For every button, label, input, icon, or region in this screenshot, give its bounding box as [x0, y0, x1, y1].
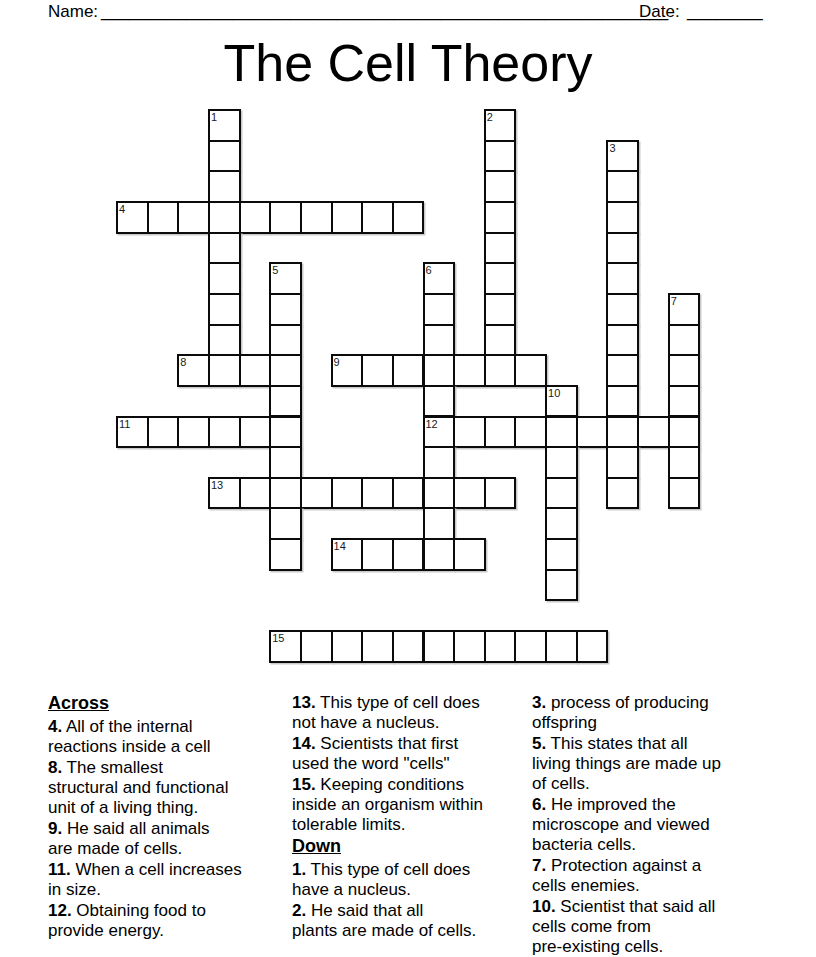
cell-r8c5[interactable] [269, 354, 302, 387]
cell-r10c14[interactable] [545, 416, 578, 449]
cell-r12c3[interactable]: 13 [208, 477, 241, 510]
cell-r3c3[interactable] [208, 201, 241, 234]
grid-number-7: 7 [671, 295, 677, 307]
clue-number: 2. [292, 901, 306, 920]
clue-number: 5. [532, 734, 546, 753]
cell-r0c12[interactable]: 2 [484, 109, 517, 142]
cell-r17c11[interactable] [453, 630, 486, 663]
grid-number-12: 12 [426, 418, 438, 430]
clue-text: All of the internal reactions inside a c… [48, 717, 211, 756]
clue-down-6: 6. He improved the microscope and viewed… [532, 795, 804, 855]
cell-r17c9[interactable] [392, 630, 425, 663]
clue-text: This type of cell does have a nucleus. [292, 860, 470, 899]
cell-r5c16[interactable] [606, 262, 639, 295]
clue-number: 13. [292, 693, 316, 712]
cell-r4c12[interactable] [484, 232, 517, 265]
cell-r17c14[interactable] [545, 630, 578, 663]
cell-r17c8[interactable] [361, 630, 394, 663]
clue-number: 1. [292, 860, 306, 879]
cell-r17c10[interactable] [423, 630, 456, 663]
cell-r12c18[interactable] [668, 477, 701, 510]
cell-r9c14[interactable]: 10 [545, 385, 578, 418]
cell-r10c11[interactable] [453, 416, 486, 449]
cell-r4c16[interactable] [606, 232, 639, 265]
grid-number-15: 15 [272, 632, 284, 644]
clue-text: The smallest structural and functional u… [48, 758, 229, 817]
grid-number-1: 1 [211, 111, 217, 123]
grid-number-14: 14 [334, 540, 346, 552]
cell-r12c16[interactable] [606, 477, 639, 510]
cell-r12c11[interactable] [453, 477, 486, 510]
cell-r3c6[interactable] [300, 201, 333, 234]
cell-r8c2[interactable]: 8 [177, 354, 210, 387]
clue-number: 12. [48, 901, 72, 920]
clue-across-11: 11. When a cell increases in size. [48, 860, 282, 900]
cell-r3c8[interactable] [361, 201, 394, 234]
cell-r12c4[interactable] [239, 477, 272, 510]
clue-down-2: 2. He said that all plants are made of c… [292, 901, 532, 941]
cell-r7c10[interactable] [423, 324, 456, 357]
cell-r6c16[interactable] [606, 293, 639, 326]
cell-r12c8[interactable] [361, 477, 394, 510]
cell-r10c12[interactable] [484, 416, 517, 449]
cell-r7c12[interactable] [484, 324, 517, 357]
clue-down-1: 1. This type of cell does have a nucleus… [292, 860, 532, 900]
grid-number-9: 9 [334, 356, 340, 368]
clue-down-5: 5. This states that all living things ar… [532, 734, 804, 794]
cell-r7c3[interactable] [208, 324, 241, 357]
clue-number: 6. [532, 795, 546, 814]
cell-r10c13[interactable] [514, 416, 547, 449]
clue-text: He said that all plants are made of cell… [292, 901, 476, 940]
cell-r5c5[interactable]: 5 [269, 262, 302, 295]
clue-number: 11. [48, 860, 71, 879]
cell-r10c3[interactable] [208, 416, 241, 449]
cell-r2c16[interactable] [606, 170, 639, 203]
clue-across-14: 14. Scientists that first used the word … [292, 734, 532, 774]
cell-r14c7[interactable]: 14 [331, 538, 364, 571]
cell-r7c18[interactable] [668, 324, 701, 357]
cell-r10c5[interactable] [269, 416, 302, 449]
grid-number-4: 4 [119, 203, 125, 215]
cell-r5c10[interactable]: 6 [423, 262, 456, 295]
cell-r8c7[interactable]: 9 [331, 354, 364, 387]
cell-r17c7[interactable] [331, 630, 364, 663]
cell-r5c3[interactable] [208, 262, 241, 295]
grid-number-3: 3 [609, 142, 615, 154]
cell-r8c10[interactable] [423, 354, 456, 387]
cell-r3c2[interactable] [177, 201, 210, 234]
cell-r5c12[interactable] [484, 262, 517, 295]
cell-r10c15[interactable] [576, 416, 609, 449]
clue-text: Scientists that first used the word "cel… [292, 734, 458, 773]
name-label: Name: [48, 2, 98, 22]
cell-r9c5[interactable] [269, 385, 302, 418]
cell-r10c1[interactable] [147, 416, 180, 449]
cell-r1c12[interactable] [484, 140, 517, 173]
cell-r8c11[interactable] [453, 354, 486, 387]
cell-r8c18[interactable] [668, 354, 701, 387]
cell-r11c5[interactable] [269, 446, 302, 479]
cell-r10c18[interactable] [668, 416, 701, 449]
clue-text: Obtaining food to provide energy. [48, 901, 206, 940]
cell-r2c12[interactable] [484, 170, 517, 203]
cell-r11c10[interactable] [423, 446, 456, 479]
clue-across-12: 12. Obtaining food to provide energy. [48, 901, 282, 941]
cell-r13c10[interactable] [423, 507, 456, 540]
clue-number: 7. [532, 856, 546, 875]
cell-r10c4[interactable] [239, 416, 272, 449]
clue-text: This type of cell does not have a nucleu… [292, 693, 480, 732]
cell-r3c12[interactable] [484, 201, 517, 234]
grid-number-2: 2 [487, 111, 493, 123]
clues-column-1: Across4. All of the internal reactions i… [48, 693, 282, 942]
cell-r8c8[interactable] [361, 354, 394, 387]
cell-r10c17[interactable] [637, 416, 670, 449]
clue-number: 9. [48, 819, 62, 838]
cell-r12c6[interactable] [300, 477, 333, 510]
cell-r14c10[interactable] [423, 538, 456, 571]
grid-number-6: 6 [426, 264, 432, 276]
cell-r0c3[interactable]: 1 [208, 109, 241, 142]
clue-across-15: 15. Keeping conditions inside an organis… [292, 775, 532, 835]
clue-text: This states that all living things are m… [532, 734, 721, 793]
cell-r6c5[interactable] [269, 293, 302, 326]
cell-r7c5[interactable] [269, 324, 302, 357]
clue-number: 14. [292, 734, 316, 753]
name-blank-line[interactable]: ________________________________________… [101, 2, 668, 22]
clue-number: 8. [48, 758, 62, 777]
cell-r13c14[interactable] [545, 507, 578, 540]
cell-r17c15[interactable] [576, 630, 609, 663]
clue-number: 3. [532, 693, 546, 712]
cell-r6c12[interactable] [484, 293, 517, 326]
clue-text: He improved the microscope and viewed ba… [532, 795, 710, 854]
cell-r4c3[interactable] [208, 232, 241, 265]
cell-r2c3[interactable] [208, 170, 241, 203]
clues-column-3: 3. process of producing offspring5. This… [532, 693, 804, 957]
clue-text: process of producing offspring [532, 693, 709, 732]
grid-number-13: 13 [211, 479, 223, 491]
cell-r8c3[interactable] [208, 354, 241, 387]
cell-r17c13[interactable] [514, 630, 547, 663]
clue-number: 10. [532, 897, 556, 916]
cell-r12c9[interactable] [392, 477, 425, 510]
cell-r3c16[interactable] [606, 201, 639, 234]
date-blank-line[interactable]: ________ [687, 2, 763, 22]
cell-r14c5[interactable] [269, 538, 302, 571]
cell-r17c6[interactable] [300, 630, 333, 663]
cell-r14c11[interactable] [453, 538, 486, 571]
clue-text: Keeping conditions inside an organism wi… [292, 775, 483, 834]
clue-number: 15. [292, 775, 316, 794]
cell-r12c12[interactable] [484, 477, 517, 510]
clues-column-2: 13. This type of cell does not have a nu… [292, 693, 532, 942]
clue-number: 4. [48, 717, 62, 736]
cell-r8c16[interactable] [606, 354, 639, 387]
cell-r10c10[interactable]: 12 [423, 416, 456, 449]
cell-r12c14[interactable] [545, 477, 578, 510]
clue-across-4: 4. All of the internal reactions inside … [48, 717, 282, 757]
cell-r9c16[interactable] [606, 385, 639, 418]
cell-r11c14[interactable] [545, 446, 578, 479]
cell-r3c1[interactable] [147, 201, 180, 234]
clue-text: Protection against a cells enemies. [532, 856, 701, 895]
clue-across-8: 8. The smallest structural and functiona… [48, 758, 282, 818]
cell-r3c4[interactable] [239, 201, 272, 234]
cell-r14c9[interactable] [392, 538, 425, 571]
clue-down-7: 7. Protection against a cells enemies. [532, 856, 804, 896]
cell-r15c14[interactable] [545, 569, 578, 602]
cell-r7c16[interactable] [606, 324, 639, 357]
cell-r6c10[interactable] [423, 293, 456, 326]
clue-down-10: 10. Scientist that said all cells come f… [532, 897, 804, 957]
cell-r9c18[interactable] [668, 385, 701, 418]
grid-number-11: 11 [119, 418, 130, 430]
cell-r12c5[interactable] [269, 477, 302, 510]
grid-number-10: 10 [548, 387, 560, 399]
clue-text: When a cell increases in size. [48, 860, 242, 899]
cell-r3c9[interactable] [392, 201, 425, 234]
cell-r3c7[interactable] [331, 201, 364, 234]
cell-r13c5[interactable] [269, 507, 302, 540]
cell-r14c8[interactable] [361, 538, 394, 571]
cell-r11c18[interactable] [668, 446, 701, 479]
clue-across-13: 13. This type of cell does not have a nu… [292, 693, 532, 733]
cell-r6c3[interactable] [208, 293, 241, 326]
clue-across-9: 9. He said all animals are made of cells… [48, 819, 282, 859]
cell-r12c7[interactable] [331, 477, 364, 510]
cell-r9c10[interactable] [423, 385, 456, 418]
date-label: Date: [639, 2, 680, 22]
cell-r6c18[interactable]: 7 [668, 293, 701, 326]
cell-r17c5[interactable]: 15 [269, 630, 302, 663]
cell-r8c12[interactable] [484, 354, 517, 387]
grid-number-5: 5 [272, 264, 278, 276]
cell-r12c10[interactable] [423, 477, 456, 510]
cell-r11c16[interactable] [606, 446, 639, 479]
cell-r8c9[interactable] [392, 354, 425, 387]
clue-down-3: 3. process of producing offspring [532, 693, 804, 733]
cell-r1c3[interactable] [208, 140, 241, 173]
cell-r8c4[interactable] [239, 354, 272, 387]
page-title: The Cell Theory [0, 33, 816, 93]
across-heading: Across [48, 693, 282, 714]
grid-number-8: 8 [180, 356, 186, 368]
cell-r14c14[interactable] [545, 538, 578, 571]
cell-r8c13[interactable] [514, 354, 547, 387]
cell-r3c5[interactable] [269, 201, 302, 234]
cell-r3c0[interactable]: 4 [116, 201, 149, 234]
cell-r1c16[interactable]: 3 [606, 140, 639, 173]
cell-r10c16[interactable] [606, 416, 639, 449]
cell-r10c2[interactable] [177, 416, 210, 449]
cell-r10c0[interactable]: 11 [116, 416, 149, 449]
cell-r17c12[interactable] [484, 630, 517, 663]
worksheet-page: { "game": "crossword", "title": "The Cel… [0, 0, 816, 957]
clue-text: Scientist that said all cells come from … [532, 897, 715, 956]
down-heading: Down [292, 836, 532, 857]
clue-text: He said all animals are made of cells. [48, 819, 210, 858]
